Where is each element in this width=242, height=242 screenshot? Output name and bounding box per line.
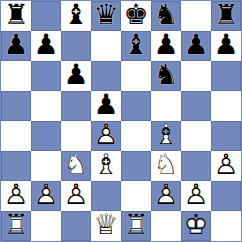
square-a2[interactable]: ♟♙ (1, 181, 31, 211)
square-e1[interactable]: ♜♖ (121, 211, 151, 241)
piece-white-knight[interactable]: ♞♘ (61, 150, 91, 180)
square-h2[interactable] (211, 181, 241, 211)
square-c7[interactable] (61, 31, 91, 61)
square-h3[interactable]: ♟♙ (211, 151, 241, 181)
piece-white-pawn[interactable]: ♟♙ (31, 180, 61, 210)
square-e5[interactable] (121, 91, 151, 121)
piece-glyph: ♙ (211, 150, 241, 180)
piece-white-pawn[interactable]: ♟♙ (151, 180, 181, 210)
piece-glyph: ♙ (1, 180, 31, 210)
piece-glyph: ♝ (121, 30, 151, 60)
square-c6[interactable]: ♟ (61, 61, 91, 91)
square-f1[interactable] (151, 211, 181, 241)
square-f8[interactable]: ♞ (151, 1, 181, 31)
piece-white-rook[interactable]: ♜♖ (121, 210, 151, 240)
piece-black-pawn[interactable]: ♟ (61, 60, 91, 90)
piece-white-rook[interactable]: ♜♖ (1, 210, 31, 240)
square-d2[interactable] (91, 181, 121, 211)
piece-glyph: ♘ (151, 150, 181, 180)
piece-glyph: ♟ (211, 30, 241, 60)
piece-black-knight[interactable]: ♞ (151, 60, 181, 90)
piece-white-knight[interactable]: ♞♘ (151, 150, 181, 180)
square-e2[interactable] (121, 181, 151, 211)
square-h6[interactable] (211, 61, 241, 91)
piece-glyph: ♜ (1, 0, 31, 30)
piece-glyph: ♟ (1, 30, 31, 60)
piece-black-pawn[interactable]: ♟ (91, 90, 121, 120)
piece-black-pawn[interactable]: ♟ (31, 30, 61, 60)
square-c5[interactable] (61, 91, 91, 121)
square-b8[interactable] (31, 1, 61, 31)
piece-glyph: ♟ (61, 60, 91, 90)
piece-white-queen[interactable]: ♛♕ (91, 210, 121, 240)
chess-board-frame: ♜♝♛♚♞♜♟♟♝♟♟♟♟♞♟♟♙♝♗♞♘♝♗♞♘♟♙♟♙♟♙♟♙♟♙♟♙♜♖♛… (0, 0, 242, 242)
piece-glyph: ♗ (91, 150, 121, 180)
square-d3[interactable]: ♝♗ (91, 151, 121, 181)
piece-glyph: ♟ (91, 90, 121, 120)
square-b3[interactable] (31, 151, 61, 181)
piece-white-king[interactable]: ♚♔ (181, 210, 211, 240)
piece-glyph: ♕ (91, 210, 121, 240)
square-g6[interactable] (181, 61, 211, 91)
square-h4[interactable] (211, 121, 241, 151)
square-f3[interactable]: ♞♘ (151, 151, 181, 181)
square-g4[interactable] (181, 121, 211, 151)
square-h1[interactable] (211, 211, 241, 241)
square-g3[interactable] (181, 151, 211, 181)
piece-white-pawn[interactable]: ♟♙ (61, 180, 91, 210)
piece-black-king[interactable]: ♚ (121, 0, 151, 30)
piece-black-knight[interactable]: ♞ (151, 0, 181, 30)
square-h7[interactable]: ♟ (211, 31, 241, 61)
square-d6[interactable] (91, 61, 121, 91)
piece-glyph: ♜ (211, 0, 241, 30)
piece-black-pawn[interactable]: ♟ (211, 30, 241, 60)
square-c3[interactable]: ♞♘ (61, 151, 91, 181)
piece-glyph: ♔ (181, 210, 211, 240)
square-e7[interactable]: ♝ (121, 31, 151, 61)
square-f7[interactable]: ♟ (151, 31, 181, 61)
piece-glyph: ♚ (121, 0, 151, 30)
piece-white-bishop[interactable]: ♝♗ (91, 150, 121, 180)
square-e8[interactable]: ♚ (121, 1, 151, 31)
square-a8[interactable]: ♜ (1, 1, 31, 31)
piece-glyph: ♟ (181, 30, 211, 60)
piece-white-bishop[interactable]: ♝♗ (151, 120, 181, 150)
piece-white-pawn[interactable]: ♟♙ (1, 180, 31, 210)
square-b2[interactable]: ♟♙ (31, 181, 61, 211)
piece-glyph: ♙ (181, 180, 211, 210)
square-a7[interactable]: ♟ (1, 31, 31, 61)
square-h8[interactable]: ♜ (211, 1, 241, 31)
square-b5[interactable] (31, 91, 61, 121)
piece-glyph: ♙ (61, 180, 91, 210)
square-a3[interactable] (1, 151, 31, 181)
piece-black-bishop[interactable]: ♝ (61, 0, 91, 30)
square-c8[interactable]: ♝ (61, 1, 91, 31)
piece-glyph: ♙ (151, 180, 181, 210)
square-g8[interactable] (181, 1, 211, 31)
square-e6[interactable] (121, 61, 151, 91)
piece-black-rook[interactable]: ♜ (1, 0, 31, 30)
square-e4[interactable] (121, 121, 151, 151)
piece-glyph: ♖ (121, 210, 151, 240)
chess-board: ♜♝♛♚♞♜♟♟♝♟♟♟♟♞♟♟♙♝♗♞♘♝♗♞♘♟♙♟♙♟♙♟♙♟♙♟♙♜♖♛… (1, 1, 241, 241)
square-g5[interactable] (181, 91, 211, 121)
square-f5[interactable] (151, 91, 181, 121)
square-f2[interactable]: ♟♙ (151, 181, 181, 211)
piece-glyph: ♞ (151, 0, 181, 30)
square-d1[interactable]: ♛♕ (91, 211, 121, 241)
square-a4[interactable] (1, 121, 31, 151)
square-f4[interactable]: ♝♗ (151, 121, 181, 151)
square-c4[interactable] (61, 121, 91, 151)
square-d8[interactable]: ♛ (91, 1, 121, 31)
piece-glyph: ♞ (151, 60, 181, 90)
piece-glyph: ♖ (1, 210, 31, 240)
piece-black-rook[interactable]: ♜ (211, 0, 241, 30)
square-g1[interactable]: ♚♔ (181, 211, 211, 241)
square-b7[interactable]: ♟ (31, 31, 61, 61)
square-f6[interactable]: ♞ (151, 61, 181, 91)
piece-white-pawn[interactable]: ♟♙ (91, 120, 121, 150)
square-h5[interactable] (211, 91, 241, 121)
square-g2[interactable]: ♟♙ (181, 181, 211, 211)
piece-glyph: ♗ (151, 120, 181, 150)
square-e3[interactable] (121, 151, 151, 181)
piece-black-pawn[interactable]: ♟ (151, 30, 181, 60)
square-a6[interactable] (1, 61, 31, 91)
piece-glyph: ♘ (61, 150, 91, 180)
square-b4[interactable] (31, 121, 61, 151)
piece-glyph: ♙ (91, 120, 121, 150)
piece-black-pawn[interactable]: ♟ (1, 30, 31, 60)
square-b6[interactable] (31, 61, 61, 91)
square-c2[interactable]: ♟♙ (61, 181, 91, 211)
square-b1[interactable] (31, 211, 61, 241)
square-d7[interactable] (91, 31, 121, 61)
square-d5[interactable]: ♟ (91, 91, 121, 121)
square-c1[interactable] (61, 211, 91, 241)
piece-glyph: ♝ (61, 0, 91, 30)
square-a1[interactable]: ♜♖ (1, 211, 31, 241)
piece-white-pawn[interactable]: ♟♙ (211, 150, 241, 180)
piece-glyph: ♟ (31, 30, 61, 60)
piece-glyph: ♙ (31, 180, 61, 210)
square-g7[interactable]: ♟ (181, 31, 211, 61)
square-d4[interactable]: ♟♙ (91, 121, 121, 151)
square-a5[interactable] (1, 91, 31, 121)
piece-glyph: ♛ (91, 0, 121, 30)
piece-white-pawn[interactable]: ♟♙ (181, 180, 211, 210)
piece-glyph: ♟ (151, 30, 181, 60)
piece-black-pawn[interactable]: ♟ (181, 30, 211, 60)
piece-black-queen[interactable]: ♛ (91, 0, 121, 30)
piece-black-bishop[interactable]: ♝ (121, 30, 151, 60)
